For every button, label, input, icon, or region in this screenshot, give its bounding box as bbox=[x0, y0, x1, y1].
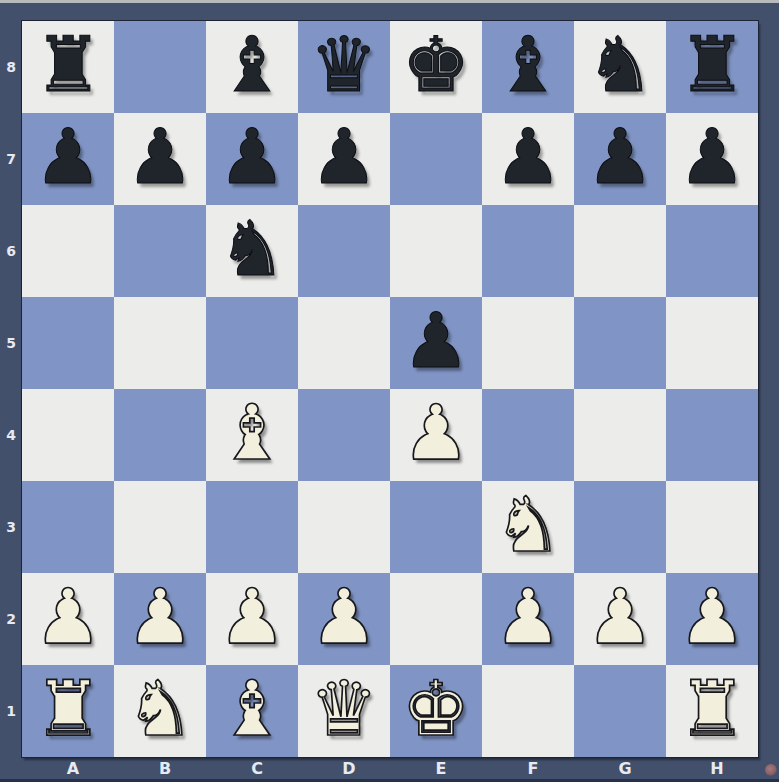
rank-label-3: 3 bbox=[0, 481, 22, 573]
white-pawn-f2: ♟ bbox=[494, 579, 562, 655]
square-b1[interactable]: ♞ bbox=[114, 665, 206, 757]
file-label-h: H bbox=[666, 757, 758, 779]
square-c7[interactable]: ♟ bbox=[206, 113, 298, 205]
rank-label-4: 4 bbox=[0, 389, 22, 481]
white-pawn-a2: ♟ bbox=[34, 579, 102, 655]
square-a5[interactable] bbox=[22, 297, 114, 389]
black-pawn-h7: ♟ bbox=[678, 119, 746, 195]
black-queen-d8: ♛ bbox=[310, 27, 378, 103]
black-pawn-e5: ♟ bbox=[402, 303, 470, 379]
black-pawn-a7: ♟ bbox=[34, 119, 102, 195]
white-rook-h1: ♜ bbox=[678, 671, 746, 747]
square-h6[interactable] bbox=[666, 205, 758, 297]
black-pawn-f7: ♟ bbox=[494, 119, 562, 195]
rank-label-2: 2 bbox=[0, 573, 22, 665]
top-highlight-strip bbox=[0, 0, 779, 3]
square-b4[interactable] bbox=[114, 389, 206, 481]
white-pawn-d2: ♟ bbox=[310, 579, 378, 655]
white-pawn-e4: ♟ bbox=[402, 395, 470, 471]
black-pawn-b7: ♟ bbox=[126, 119, 194, 195]
white-knight-f3: ♞ bbox=[494, 487, 562, 563]
square-e7[interactable] bbox=[390, 113, 482, 205]
square-e6[interactable] bbox=[390, 205, 482, 297]
square-e3[interactable] bbox=[390, 481, 482, 573]
file-label-f: F bbox=[482, 757, 574, 779]
rank-label-1: 1 bbox=[0, 665, 22, 757]
square-g7[interactable]: ♟ bbox=[574, 113, 666, 205]
square-a6[interactable] bbox=[22, 205, 114, 297]
file-label-d: D bbox=[298, 757, 390, 779]
black-pawn-c7: ♟ bbox=[218, 119, 286, 195]
rank-label-7: 7 bbox=[0, 113, 22, 205]
square-f6[interactable] bbox=[482, 205, 574, 297]
square-e1[interactable]: ♚ bbox=[390, 665, 482, 757]
square-d3[interactable] bbox=[298, 481, 390, 573]
white-knight-b1: ♞ bbox=[126, 671, 194, 747]
square-h1[interactable]: ♜ bbox=[666, 665, 758, 757]
square-h8[interactable]: ♜ bbox=[666, 21, 758, 113]
black-pawn-d7: ♟ bbox=[310, 119, 378, 195]
white-pawn-b2: ♟ bbox=[126, 579, 194, 655]
square-g8[interactable]: ♞ bbox=[574, 21, 666, 113]
square-b7[interactable]: ♟ bbox=[114, 113, 206, 205]
square-b2[interactable]: ♟ bbox=[114, 573, 206, 665]
square-f4[interactable] bbox=[482, 389, 574, 481]
move-indicator-dot bbox=[765, 764, 777, 776]
white-pawn-c2: ♟ bbox=[218, 579, 286, 655]
square-g5[interactable] bbox=[574, 297, 666, 389]
square-h4[interactable] bbox=[666, 389, 758, 481]
square-e2[interactable] bbox=[390, 573, 482, 665]
square-g3[interactable] bbox=[574, 481, 666, 573]
black-knight-g8: ♞ bbox=[586, 27, 654, 103]
square-b5[interactable] bbox=[114, 297, 206, 389]
square-d7[interactable]: ♟ bbox=[298, 113, 390, 205]
square-h3[interactable] bbox=[666, 481, 758, 573]
square-a4[interactable] bbox=[22, 389, 114, 481]
square-h2[interactable]: ♟ bbox=[666, 573, 758, 665]
chess-board-window: 87654321 ♜♝♛♚♝♞♜♟♟♟♟♟♟♟♞♟♝♟♞♟♟♟♟♟♟♟♜♞♝♛♚… bbox=[0, 0, 779, 782]
square-f1[interactable] bbox=[482, 665, 574, 757]
square-f8[interactable]: ♝ bbox=[482, 21, 574, 113]
square-c8[interactable]: ♝ bbox=[206, 21, 298, 113]
square-d5[interactable] bbox=[298, 297, 390, 389]
square-g1[interactable] bbox=[574, 665, 666, 757]
square-c3[interactable] bbox=[206, 481, 298, 573]
square-c6[interactable]: ♞ bbox=[206, 205, 298, 297]
file-label-b: B bbox=[114, 757, 206, 779]
rank-label-8: 8 bbox=[0, 21, 22, 113]
black-rook-a8: ♜ bbox=[34, 27, 102, 103]
square-c4[interactable]: ♝ bbox=[206, 389, 298, 481]
square-g4[interactable] bbox=[574, 389, 666, 481]
white-bishop-c4: ♝ bbox=[218, 395, 286, 471]
file-label-e: E bbox=[390, 757, 482, 779]
square-b3[interactable] bbox=[114, 481, 206, 573]
white-bishop-c1: ♝ bbox=[218, 671, 286, 747]
rank-labels-column: 87654321 bbox=[0, 21, 22, 757]
square-a8[interactable]: ♜ bbox=[22, 21, 114, 113]
square-f5[interactable] bbox=[482, 297, 574, 389]
chess-board: ♜♝♛♚♝♞♜♟♟♟♟♟♟♟♞♟♝♟♞♟♟♟♟♟♟♟♜♞♝♛♚♜ bbox=[22, 21, 758, 757]
square-b6[interactable] bbox=[114, 205, 206, 297]
square-a3[interactable] bbox=[22, 481, 114, 573]
square-h5[interactable] bbox=[666, 297, 758, 389]
white-queen-d1: ♛ bbox=[310, 671, 378, 747]
black-knight-c6: ♞ bbox=[218, 211, 286, 287]
square-d8[interactable]: ♛ bbox=[298, 21, 390, 113]
black-bishop-f8: ♝ bbox=[494, 27, 562, 103]
white-rook-a1: ♜ bbox=[34, 671, 102, 747]
file-labels-row: ABCDEFGH bbox=[22, 757, 758, 779]
file-label-g: G bbox=[574, 757, 666, 779]
black-pawn-g7: ♟ bbox=[586, 119, 654, 195]
square-d6[interactable] bbox=[298, 205, 390, 297]
square-d4[interactable] bbox=[298, 389, 390, 481]
square-d1[interactable]: ♛ bbox=[298, 665, 390, 757]
white-pawn-g2: ♟ bbox=[586, 579, 654, 655]
square-f2[interactable]: ♟ bbox=[482, 573, 574, 665]
file-label-c: C bbox=[206, 757, 298, 779]
black-bishop-c8: ♝ bbox=[218, 27, 286, 103]
white-pawn-h2: ♟ bbox=[678, 579, 746, 655]
square-f7[interactable]: ♟ bbox=[482, 113, 574, 205]
square-e8[interactable]: ♚ bbox=[390, 21, 482, 113]
square-c1[interactable]: ♝ bbox=[206, 665, 298, 757]
square-a1[interactable]: ♜ bbox=[22, 665, 114, 757]
square-b8[interactable] bbox=[114, 21, 206, 113]
square-h7[interactable]: ♟ bbox=[666, 113, 758, 205]
black-king-e8: ♚ bbox=[402, 27, 470, 103]
square-e4[interactable]: ♟ bbox=[390, 389, 482, 481]
square-g6[interactable] bbox=[574, 205, 666, 297]
square-a2[interactable]: ♟ bbox=[22, 573, 114, 665]
rank-label-5: 5 bbox=[0, 297, 22, 389]
file-label-a: A bbox=[22, 757, 114, 779]
square-c5[interactable] bbox=[206, 297, 298, 389]
square-e5[interactable]: ♟ bbox=[390, 297, 482, 389]
square-f3[interactable]: ♞ bbox=[482, 481, 574, 573]
black-rook-h8: ♜ bbox=[678, 27, 746, 103]
square-a7[interactable]: ♟ bbox=[22, 113, 114, 205]
square-c2[interactable]: ♟ bbox=[206, 573, 298, 665]
square-d2[interactable]: ♟ bbox=[298, 573, 390, 665]
square-g2[interactable]: ♟ bbox=[574, 573, 666, 665]
white-king-e1: ♚ bbox=[402, 671, 470, 747]
rank-label-6: 6 bbox=[0, 205, 22, 297]
